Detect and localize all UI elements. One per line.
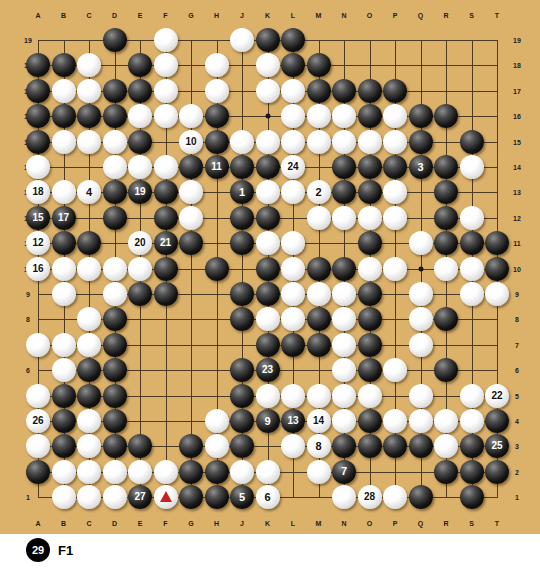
stone-black <box>103 358 127 382</box>
hoshi-point <box>418 266 423 271</box>
stone-white <box>485 282 509 306</box>
coord-label: 19 <box>513 37 521 44</box>
stone-white <box>77 307 101 331</box>
stone-black <box>358 307 382 331</box>
coord-label: 2 <box>515 468 519 475</box>
stone-white: 12 <box>26 231 50 255</box>
stone-white <box>26 434 50 458</box>
stone-white <box>230 28 254 52</box>
stone-black <box>409 434 433 458</box>
stone-black: 23 <box>256 358 280 382</box>
stone-black <box>434 206 458 230</box>
stone-white <box>52 460 76 484</box>
stone-white <box>77 460 101 484</box>
stone-white <box>52 79 76 103</box>
stone-white: 2 <box>307 180 331 204</box>
stone-black: 3 <box>409 155 433 179</box>
stone-black <box>230 282 254 306</box>
stone-white <box>434 434 458 458</box>
coord-label: E <box>138 520 143 527</box>
go-board: AABBCCDDEEFFGGHHJJKKLLMMNNOOPPQQRRSSTT19… <box>0 0 540 534</box>
stone-black <box>128 434 152 458</box>
stone-black <box>52 384 76 408</box>
stone-black <box>26 460 50 484</box>
stone-white <box>281 307 305 331</box>
stone-white <box>383 485 407 509</box>
coord-label: N <box>341 520 346 527</box>
stone-black: 27 <box>128 485 152 509</box>
stone-black <box>460 460 484 484</box>
coord-label: 4 <box>515 418 519 425</box>
coord-label: 1 <box>515 494 519 501</box>
stone-black <box>281 333 305 357</box>
coord-label: 9 <box>26 291 30 298</box>
stone-move-number: 26 <box>32 416 43 426</box>
stone-black <box>332 155 356 179</box>
stone-black <box>128 79 152 103</box>
coord-label: S <box>469 12 474 19</box>
stone-black <box>26 130 50 154</box>
stone-white <box>409 409 433 433</box>
stone-black <box>485 257 509 281</box>
stone-black <box>485 409 509 433</box>
stone-white <box>358 257 382 281</box>
stone-black <box>460 130 484 154</box>
coord-label: O <box>367 12 372 19</box>
stone-black <box>154 282 178 306</box>
stone-black <box>103 409 127 433</box>
stone-white: 6 <box>256 485 280 509</box>
stone-black <box>358 231 382 255</box>
stone-white <box>128 460 152 484</box>
stone-white <box>77 79 101 103</box>
coord-label: P <box>393 12 398 19</box>
coord-label: L <box>291 520 295 527</box>
stone-white <box>332 409 356 433</box>
stone-black <box>332 180 356 204</box>
stone-black <box>256 282 280 306</box>
stone-white <box>281 257 305 281</box>
stone-black <box>307 307 331 331</box>
coord-label: 6 <box>26 367 30 374</box>
stone-white <box>154 53 178 77</box>
stone-black <box>358 104 382 128</box>
stone-black <box>409 485 433 509</box>
stone-white <box>256 307 280 331</box>
coord-label: F <box>163 12 167 19</box>
stone-black <box>230 434 254 458</box>
stone-black: 11 <box>205 155 229 179</box>
coord-label: J <box>240 12 244 19</box>
stone-white <box>460 206 484 230</box>
stone-white <box>154 155 178 179</box>
stone-black <box>409 104 433 128</box>
stone-white <box>281 180 305 204</box>
stone-move-number: 8 <box>315 441 321 452</box>
stone-white <box>460 384 484 408</box>
stone-white <box>103 257 127 281</box>
stone-black <box>358 79 382 103</box>
stone-white <box>52 130 76 154</box>
stone-black <box>230 307 254 331</box>
stone-black <box>485 460 509 484</box>
stone-black <box>205 130 229 154</box>
stone-white: 26 <box>26 409 50 433</box>
stone-black <box>230 358 254 382</box>
stone-white <box>103 155 127 179</box>
stone-white <box>52 180 76 204</box>
stone-white <box>281 104 305 128</box>
coord-label: G <box>188 520 193 527</box>
stone-white <box>128 155 152 179</box>
stone-white <box>154 485 178 509</box>
coord-label: 12 <box>513 214 521 221</box>
stone-move-number: 18 <box>32 187 43 197</box>
stone-black <box>230 155 254 179</box>
coord-label: K <box>265 12 270 19</box>
stone-white <box>358 384 382 408</box>
stone-white: 4 <box>77 180 101 204</box>
stone-white <box>383 130 407 154</box>
stone-move-number: 28 <box>364 492 375 502</box>
stone-white: 20 <box>128 231 152 255</box>
stone-black <box>256 155 280 179</box>
stone-move-number: 25 <box>491 441 502 451</box>
stone-white <box>307 460 331 484</box>
coord-label: 19 <box>24 37 32 44</box>
stone-move-number: 22 <box>491 391 502 401</box>
stone-black: 5 <box>230 485 254 509</box>
move-coordinate: F1 <box>58 543 73 558</box>
coord-label: 10 <box>513 265 521 272</box>
coord-label: B <box>61 520 66 527</box>
stone-white <box>128 257 152 281</box>
coord-label: 16 <box>513 113 521 120</box>
stone-black <box>485 231 509 255</box>
stone-black: 17 <box>52 206 76 230</box>
stone-black <box>52 104 76 128</box>
stone-move-number: 2 <box>315 187 321 198</box>
coord-label: 7 <box>515 341 519 348</box>
stone-move-number: 1 <box>239 187 245 198</box>
stone-white <box>103 460 127 484</box>
stone-white <box>307 206 331 230</box>
stone-black <box>230 206 254 230</box>
stone-black <box>103 384 127 408</box>
coord-label: M <box>316 12 322 19</box>
stone-move-number: 17 <box>58 213 69 223</box>
stone-black <box>179 231 203 255</box>
stone-white <box>460 282 484 306</box>
stone-black <box>307 79 331 103</box>
stone-black <box>332 257 356 281</box>
stone-white <box>77 409 101 433</box>
go-diagram: AABBCCDDEEFFGGHHJJKKLLMMNNOOPPQQRRSSTT19… <box>0 0 540 578</box>
stone-white: 28 <box>358 485 382 509</box>
stone-black <box>205 104 229 128</box>
stone-white <box>154 104 178 128</box>
stone-black <box>409 130 433 154</box>
stone-black <box>434 104 458 128</box>
stone-white <box>77 485 101 509</box>
stone-black <box>103 434 127 458</box>
stone-move-number: 13 <box>287 416 298 426</box>
stone-black <box>103 307 127 331</box>
stone-black <box>52 53 76 77</box>
coord-label: 18 <box>513 62 521 69</box>
stone-white <box>205 434 229 458</box>
stone-black <box>154 206 178 230</box>
stone-move-number: 6 <box>264 492 270 503</box>
stone-white <box>332 333 356 357</box>
stone-white <box>409 231 433 255</box>
coord-label: A <box>35 520 40 527</box>
stone-white <box>77 333 101 357</box>
coord-label: E <box>138 12 143 19</box>
coord-label: M <box>316 520 322 527</box>
stone-black <box>358 333 382 357</box>
coord-label: O <box>367 520 372 527</box>
stone-black <box>26 53 50 77</box>
stone-black <box>128 282 152 306</box>
stone-black <box>103 180 127 204</box>
stone-white <box>256 231 280 255</box>
stone-white <box>383 180 407 204</box>
coord-label: D <box>112 12 117 19</box>
coord-label: 8 <box>515 316 519 323</box>
coord-label: A <box>35 12 40 19</box>
stone-black <box>358 180 382 204</box>
stone-white <box>205 53 229 77</box>
stone-white <box>281 231 305 255</box>
stone-white <box>409 282 433 306</box>
stone-white <box>103 282 127 306</box>
coord-label: 17 <box>513 87 521 94</box>
coord-label: C <box>86 520 91 527</box>
coord-label: 11 <box>513 240 520 247</box>
stone-black <box>103 104 127 128</box>
stone-white <box>52 333 76 357</box>
stone-white <box>230 460 254 484</box>
coord-label: B <box>61 12 66 19</box>
stone-white <box>256 53 280 77</box>
last-move-triangle-icon <box>160 491 172 502</box>
stone-black <box>179 485 203 509</box>
stone-move-number: 23 <box>262 365 273 375</box>
stone-white <box>179 104 203 128</box>
coord-label: 3 <box>515 443 519 450</box>
stone-white <box>77 130 101 154</box>
coord-label: N <box>341 12 346 19</box>
stone-white <box>52 282 76 306</box>
stone-white <box>383 206 407 230</box>
stone-black <box>434 231 458 255</box>
stone-white <box>409 307 433 331</box>
stone-white <box>128 104 152 128</box>
stone-move-number: 27 <box>134 492 145 502</box>
stone-white <box>230 130 254 154</box>
stone-white <box>332 358 356 382</box>
stone-black <box>77 104 101 128</box>
stone-black: 9 <box>256 409 280 433</box>
stone-white <box>307 104 331 128</box>
move-caption: 29 F1 <box>0 534 540 578</box>
stone-black <box>256 333 280 357</box>
stone-black <box>205 460 229 484</box>
coord-label: 6 <box>515 367 519 374</box>
stone-white <box>52 358 76 382</box>
stone-black: 19 <box>128 180 152 204</box>
stone-black <box>256 28 280 52</box>
stone-move-number: 9 <box>264 416 270 427</box>
stone-black <box>460 485 484 509</box>
stone-black <box>103 206 127 230</box>
stone-black <box>307 53 331 77</box>
stone-black: 1 <box>230 180 254 204</box>
stone-move-number: 16 <box>32 264 43 274</box>
coord-label: J <box>240 520 244 527</box>
stone-white <box>103 130 127 154</box>
stone-black <box>307 257 331 281</box>
stone-white <box>383 409 407 433</box>
stone-black <box>434 307 458 331</box>
stone-white <box>383 257 407 281</box>
stone-black <box>52 231 76 255</box>
stone-black <box>358 434 382 458</box>
stone-black <box>332 434 356 458</box>
stone-white <box>256 384 280 408</box>
stone-white <box>281 434 305 458</box>
stone-black: 7 <box>332 460 356 484</box>
stone-black <box>103 28 127 52</box>
stone-black: 15 <box>26 206 50 230</box>
stone-black: 13 <box>281 409 305 433</box>
coord-label: 1 <box>26 494 30 501</box>
coord-label: R <box>443 520 448 527</box>
stone-black <box>434 358 458 382</box>
stone-black: 25 <box>485 434 509 458</box>
stone-white <box>383 104 407 128</box>
stone-white <box>332 282 356 306</box>
stone-black <box>52 409 76 433</box>
stone-white <box>281 130 305 154</box>
stone-white <box>409 384 433 408</box>
stone-black <box>230 409 254 433</box>
stone-white <box>256 130 280 154</box>
stone-white <box>154 28 178 52</box>
stone-white <box>332 104 356 128</box>
stone-move-number: 4 <box>86 187 92 198</box>
stone-white <box>307 384 331 408</box>
stone-move-number: 21 <box>160 238 171 248</box>
stone-black <box>52 434 76 458</box>
stone-white <box>460 257 484 281</box>
stone-white <box>332 307 356 331</box>
coord-label: G <box>188 12 193 19</box>
coord-label: H <box>214 520 219 527</box>
stone-black <box>179 460 203 484</box>
stone-black <box>383 434 407 458</box>
stone-black <box>256 206 280 230</box>
stone-white <box>434 257 458 281</box>
stone-white <box>409 333 433 357</box>
stone-white <box>358 130 382 154</box>
coord-label: R <box>443 12 448 19</box>
stone-black <box>460 434 484 458</box>
coord-label: H <box>214 12 219 19</box>
stone-white <box>256 79 280 103</box>
stone-white <box>179 180 203 204</box>
stone-move-number: 24 <box>287 162 298 172</box>
stone-move-number: 11 <box>211 162 222 172</box>
coord-label: S <box>469 520 474 527</box>
stone-move-number: 7 <box>341 466 347 477</box>
stone-white <box>460 409 484 433</box>
stone-white <box>281 282 305 306</box>
stone-white <box>26 384 50 408</box>
stone-black <box>205 485 229 509</box>
stone-black <box>26 79 50 103</box>
stone-white <box>460 155 484 179</box>
stone-white <box>434 409 458 433</box>
stone-black <box>281 28 305 52</box>
stone-move-number: 14 <box>313 416 324 426</box>
stone-white <box>179 206 203 230</box>
coord-label: K <box>265 520 270 527</box>
stone-white <box>281 79 305 103</box>
stone-white <box>154 79 178 103</box>
coord-label: T <box>495 12 499 19</box>
stone-black <box>460 231 484 255</box>
stone-black <box>383 79 407 103</box>
stone-black: 21 <box>154 231 178 255</box>
coord-label: 14 <box>513 164 521 171</box>
stone-white <box>103 485 127 509</box>
stone-move-number: 5 <box>239 492 245 503</box>
coord-label: Q <box>418 12 423 19</box>
stone-black <box>77 384 101 408</box>
stone-black <box>281 53 305 77</box>
coord-label: L <box>291 12 295 19</box>
stone-move-number: 10 <box>185 137 196 147</box>
stone-black <box>358 358 382 382</box>
coord-label: Q <box>418 520 423 527</box>
stone-white <box>358 206 382 230</box>
coord-label: C <box>86 12 91 19</box>
stone-white <box>256 180 280 204</box>
stone-black <box>103 79 127 103</box>
stone-black <box>383 155 407 179</box>
stone-white <box>26 333 50 357</box>
move-number-badge: 29 <box>26 538 50 562</box>
stone-black <box>434 460 458 484</box>
stone-white: 18 <box>26 180 50 204</box>
stone-white <box>332 485 356 509</box>
coord-label: D <box>112 520 117 527</box>
stone-white <box>332 130 356 154</box>
stone-black <box>358 155 382 179</box>
coord-label: T <box>495 520 499 527</box>
stone-white <box>383 358 407 382</box>
stone-white: 10 <box>179 130 203 154</box>
stone-white <box>205 79 229 103</box>
coord-label: 8 <box>26 316 30 323</box>
stone-white <box>307 282 331 306</box>
stone-white <box>77 434 101 458</box>
stone-black <box>434 155 458 179</box>
stone-black <box>103 333 127 357</box>
stone-black <box>332 79 356 103</box>
